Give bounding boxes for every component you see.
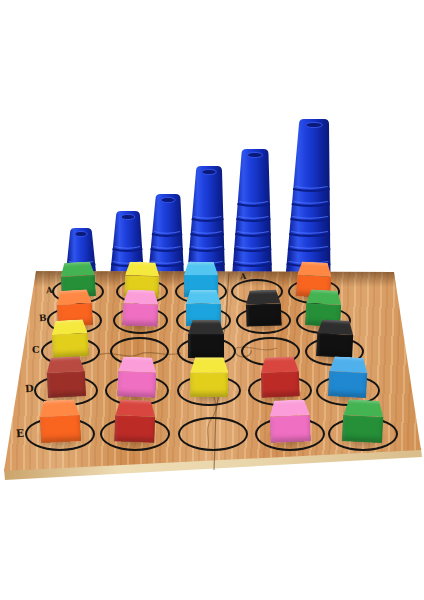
cube-front-face [122,303,158,327]
cube-front-face [188,334,224,357]
cell-E3[interactable] [178,417,248,451]
row-label-A: A [46,285,53,294]
cube-top-face [297,261,332,276]
cube-top-face [184,262,218,276]
cube-top-face [115,399,156,416]
cube-front-face [40,415,81,443]
cube-top-face [188,320,224,334]
cube-orange-E1[interactable] [39,399,81,443]
cube-top-face [343,399,384,417]
cube-blue-D5[interactable] [328,356,368,397]
cube-pink-B2[interactable] [122,289,158,327]
cube-top-face [307,289,343,305]
cube-pink-E4[interactable] [269,399,310,442]
cube-front-face [261,372,300,398]
cube-top-face [125,261,159,276]
cube-pink-D2[interactable] [117,357,156,398]
cube-top-face [56,289,92,305]
cube-front-face [270,415,311,442]
row-label-C: C [32,345,40,355]
cube-top-face [269,399,310,416]
cube-front-face [114,415,155,442]
cube-darkred-D1[interactable] [45,356,85,397]
cube-top-face [190,357,228,372]
cube-black-C5[interactable] [316,319,354,358]
cube-front-face [190,373,228,397]
cube-front-face [316,334,353,359]
right-section-row-label-A: A [240,272,247,280]
product-photo-stage: ABCDEA [0,0,424,600]
cube-top-face [60,261,95,276]
cube-top-face [186,290,221,304]
cube-front-face [328,372,367,398]
cube-red-E2[interactable] [114,399,155,442]
row-label-E: E [16,427,25,438]
row-label-D: D [25,384,34,395]
cube-yellow-C1[interactable] [51,319,89,358]
cube-front-face [52,334,89,359]
cube-black-B4[interactable] [245,289,281,327]
row-label-B: B [39,314,47,324]
cube-black-C3[interactable] [188,320,224,357]
board-grid: ABCDEA [0,0,424,600]
cube-top-face [245,289,280,304]
cube-front-face [117,372,156,398]
cube-front-face [246,303,282,327]
cube-front-face [342,415,383,443]
cube-yellow-D3[interactable] [190,357,228,397]
cube-red-D4[interactable] [260,357,299,398]
cube-top-face [39,399,80,417]
cube-top-face [123,289,158,304]
cube-green-E5[interactable] [342,399,384,443]
cube-front-face [46,372,85,398]
